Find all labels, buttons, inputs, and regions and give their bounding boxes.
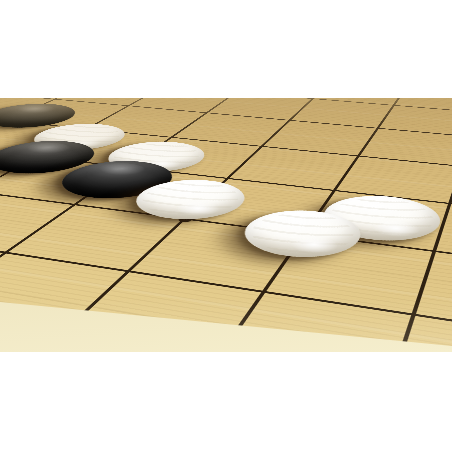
white-margin-bottom bbox=[0, 352, 452, 452]
go-board-grid bbox=[0, 98, 452, 352]
product-photo bbox=[0, 0, 452, 452]
white-margin-top bbox=[0, 0, 452, 98]
photo-canvas bbox=[0, 98, 452, 352]
